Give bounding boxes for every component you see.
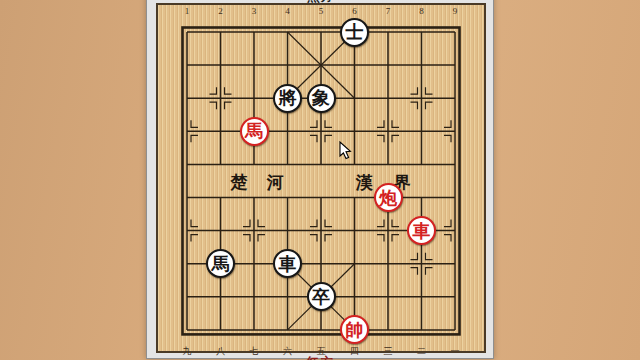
file-label-top-5: 5 xyxy=(314,6,328,16)
file-label-bottom-六: 六 xyxy=(281,346,295,356)
piece-red-車-file8-rank6[interactable]: 車 xyxy=(407,216,436,245)
piece-red-炮-file7-rank5[interactable]: 炮 xyxy=(374,183,403,212)
xiangqi-board[interactable]: 123456789九八七六五四三二一楚河漢界士將象馬炮車馬車卒帥 xyxy=(156,3,486,353)
file-label-bottom-二: 二 xyxy=(415,346,429,356)
mouse-cursor xyxy=(339,141,352,160)
file-label-bottom-五: 五 xyxy=(314,346,328,356)
file-label-bottom-七: 七 xyxy=(247,346,261,356)
file-label-top-2: 2 xyxy=(214,6,228,16)
piece-black-士-file6-rank0[interactable]: 士 xyxy=(340,18,369,47)
file-label-bottom-九: 九 xyxy=(180,346,194,356)
river-text-河: 河 xyxy=(265,171,285,194)
file-label-top-7: 7 xyxy=(381,6,395,16)
piece-black-卒-file5-rank8[interactable]: 卒 xyxy=(307,282,336,311)
piece-black-車-file4-rank7[interactable]: 車 xyxy=(273,249,302,278)
piece-black-馬-file2-rank7[interactable]: 馬 xyxy=(206,249,235,278)
river-text-楚: 楚 xyxy=(229,171,249,194)
file-label-top-3: 3 xyxy=(247,6,261,16)
file-label-top-4: 4 xyxy=(281,6,295,16)
file-label-top-9: 9 xyxy=(448,6,462,16)
piece-black-將-file4-rank2[interactable]: 將 xyxy=(273,84,302,113)
file-label-top-8: 8 xyxy=(415,6,429,16)
xiangqi-app-screen: 黑方 红方 123456789九八七六五四三二一楚河漢界士將象馬炮車馬車卒帥 xyxy=(0,0,640,360)
file-label-top-1: 1 xyxy=(180,6,194,16)
file-label-bottom-一: 一 xyxy=(448,346,462,356)
river-text-漢: 漢 xyxy=(354,171,374,194)
file-label-bottom-三: 三 xyxy=(381,346,395,356)
piece-red-馬-file3-rank3[interactable]: 馬 xyxy=(240,117,269,146)
file-label-top-6: 6 xyxy=(348,6,362,16)
file-label-bottom-八: 八 xyxy=(214,346,228,356)
file-label-bottom-四: 四 xyxy=(348,346,362,356)
piece-black-象-file5-rank2[interactable]: 象 xyxy=(307,84,336,113)
